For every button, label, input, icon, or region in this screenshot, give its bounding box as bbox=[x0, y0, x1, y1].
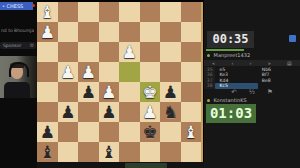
sponsor-button[interactable]: Sponsor ⚙ bbox=[0, 42, 36, 49]
black-bishop[interactable]: ♝ bbox=[37, 142, 58, 162]
black-bishop[interactable]: ♝ bbox=[99, 142, 120, 162]
white-pawn[interactable]: ♟ bbox=[78, 62, 99, 82]
white-bishop[interactable]: ♝ bbox=[181, 122, 202, 142]
stream-caption: nd to Bhoumja bbox=[1, 28, 37, 33]
square-d3[interactable]: ♟ bbox=[119, 42, 140, 62]
square-b5[interactable]: ♟ bbox=[160, 82, 181, 102]
square-d1[interactable] bbox=[119, 2, 140, 22]
gear-icon: ⚙ bbox=[30, 42, 34, 49]
square-b6[interactable]: ♞ bbox=[160, 102, 181, 122]
square-c7[interactable]: ♚ bbox=[140, 122, 161, 142]
square-c5[interactable]: ♚ bbox=[140, 82, 161, 102]
square-e5[interactable]: ♟ bbox=[99, 82, 120, 102]
square-a2[interactable] bbox=[181, 22, 202, 42]
square-a3[interactable] bbox=[181, 42, 202, 62]
player-clock: 01:03 bbox=[206, 104, 256, 123]
square-a6[interactable] bbox=[181, 102, 202, 122]
square-b3[interactable] bbox=[160, 42, 181, 62]
square-c1[interactable] bbox=[140, 2, 161, 22]
square-h7[interactable]: ♟ bbox=[37, 122, 58, 142]
online-dot-icon bbox=[207, 54, 210, 57]
square-g1[interactable] bbox=[58, 2, 79, 22]
square-e3[interactable] bbox=[99, 42, 120, 62]
white-king[interactable]: ♚ bbox=[140, 82, 161, 102]
square-c4[interactable] bbox=[140, 62, 161, 82]
square-e7[interactable] bbox=[99, 122, 120, 142]
stream-screenshot: • CHESS nd to Bhoumja Sponsor ⚙ ♝♟♟♟♟♟♟♚… bbox=[0, 0, 300, 168]
live-dot-icon bbox=[32, 4, 35, 7]
headphones bbox=[9, 62, 29, 77]
nav-last-icon[interactable]: » bbox=[268, 60, 271, 66]
square-f3[interactable] bbox=[78, 42, 99, 62]
square-g6[interactable]: ♟ bbox=[58, 102, 79, 122]
game-actions[interactable]: ↶ ½ ⚑ bbox=[204, 88, 300, 97]
black-pawn[interactable]: ♟ bbox=[37, 122, 58, 142]
square-e6[interactable]: ♟ bbox=[99, 102, 120, 122]
square-f1[interactable] bbox=[78, 2, 99, 22]
square-e4[interactable] bbox=[99, 62, 120, 82]
square-d4[interactable] bbox=[119, 62, 140, 82]
square-d8[interactable] bbox=[119, 142, 140, 162]
square-c3[interactable] bbox=[140, 42, 161, 62]
square-c2[interactable] bbox=[140, 22, 161, 42]
nav-next-icon[interactable]: › bbox=[250, 60, 252, 66]
square-e8[interactable]: ♝ bbox=[99, 142, 120, 162]
square-f6[interactable] bbox=[78, 102, 99, 122]
square-b1[interactable] bbox=[160, 2, 181, 22]
square-a1[interactable] bbox=[181, 2, 202, 22]
player-row[interactable]: KonstantinKS bbox=[207, 97, 247, 104]
opponent-clock: 00:35 bbox=[207, 31, 254, 48]
resign-button[interactable]: ⚑ bbox=[267, 88, 273, 97]
square-b8[interactable] bbox=[160, 142, 181, 162]
square-f7[interactable] bbox=[78, 122, 99, 142]
white-pawn[interactable]: ♟ bbox=[99, 82, 120, 102]
square-g5[interactable] bbox=[58, 82, 79, 102]
webcam bbox=[0, 56, 37, 98]
stream-sidebar: • CHESS nd to Bhoumja Sponsor ⚙ bbox=[0, 0, 37, 168]
move-list[interactable]: 35e5Nb636Ke3Bf737Kd4Be838Kc5 bbox=[204, 67, 300, 89]
square-c8[interactable] bbox=[140, 142, 161, 162]
opponent-name[interactable]: Manpreet1432 bbox=[214, 52, 251, 58]
black-pawn[interactable]: ♟ bbox=[78, 82, 99, 102]
black-pawn[interactable]: ♟ bbox=[160, 82, 181, 102]
white-pawn[interactable]: ♟ bbox=[37, 22, 58, 42]
square-g2[interactable] bbox=[58, 22, 79, 42]
square-h8[interactable]: ♝ bbox=[37, 142, 58, 162]
square-d2[interactable] bbox=[119, 22, 140, 42]
square-b2[interactable] bbox=[160, 22, 181, 42]
blue-badge-icon[interactable] bbox=[289, 35, 296, 42]
white-pawn[interactable]: ♟ bbox=[58, 62, 79, 82]
square-d5[interactable] bbox=[119, 82, 140, 102]
square-h1[interactable]: ♝ bbox=[37, 2, 58, 22]
game-panel: 00:35 Manpreet1432 «‹›»▤ 35e5Nb636Ke3Bf7… bbox=[204, 0, 300, 168]
square-b4[interactable] bbox=[160, 62, 181, 82]
black-king[interactable]: ♚ bbox=[140, 122, 161, 142]
square-h3[interactable] bbox=[37, 42, 58, 62]
white-bishop[interactable]: ♝ bbox=[37, 2, 58, 22]
nav-menu-icon[interactable]: ▤ bbox=[287, 60, 292, 66]
square-h2[interactable]: ♟ bbox=[37, 22, 58, 42]
board-bottom-strip bbox=[37, 162, 204, 168]
nav-prev-icon[interactable]: ‹ bbox=[231, 60, 233, 66]
clock-progress-bar bbox=[206, 49, 244, 51]
square-h4[interactable] bbox=[37, 62, 58, 82]
square-e1[interactable] bbox=[99, 2, 120, 22]
black-knight[interactable]: ♞ bbox=[160, 102, 181, 122]
black-pawn[interactable]: ♟ bbox=[58, 102, 79, 122]
square-h6[interactable] bbox=[37, 102, 58, 122]
square-a8[interactable] bbox=[181, 142, 202, 162]
draw-offer-button[interactable]: ½ bbox=[249, 88, 255, 97]
square-g7[interactable] bbox=[58, 122, 79, 142]
stream-banner: • CHESS bbox=[0, 2, 33, 10]
streamer-shoulders bbox=[4, 82, 30, 98]
square-f8[interactable] bbox=[78, 142, 99, 162]
sponsor-label: Sponsor bbox=[3, 43, 21, 48]
square-f2[interactable] bbox=[78, 22, 99, 42]
opponent-row[interactable]: Manpreet1432 bbox=[207, 52, 250, 59]
square-g4[interactable]: ♟ bbox=[58, 62, 79, 82]
square-g8[interactable] bbox=[58, 142, 79, 162]
takeback-button[interactable]: ↶ bbox=[231, 88, 236, 97]
square-a7[interactable]: ♝ bbox=[181, 122, 202, 142]
white-pawn[interactable]: ♟ bbox=[140, 102, 161, 122]
chess-board[interactable]: ♝♟♟♟♟♟♟♚♟♟♟♟♞♟♚♝♝♝ bbox=[37, 2, 203, 162]
square-c6[interactable]: ♟ bbox=[140, 102, 161, 122]
black-pawn[interactable]: ♟ bbox=[99, 102, 120, 122]
online-dot-icon bbox=[207, 99, 210, 102]
bottom-green-bar bbox=[125, 163, 167, 168]
square-h5[interactable] bbox=[37, 82, 58, 102]
square-f5[interactable]: ♟ bbox=[78, 82, 99, 102]
white-pawn[interactable]: ♟ bbox=[119, 42, 140, 62]
player-name[interactable]: KonstantinKS bbox=[214, 97, 247, 103]
square-f4[interactable]: ♟ bbox=[78, 62, 99, 82]
square-e2[interactable] bbox=[99, 22, 120, 42]
square-g3[interactable] bbox=[58, 42, 79, 62]
square-a4[interactable] bbox=[181, 62, 202, 82]
square-a5[interactable] bbox=[181, 82, 202, 102]
move-nav-bar[interactable]: «‹›»▤ bbox=[204, 60, 300, 66]
square-d7[interactable] bbox=[119, 122, 140, 142]
nav-first-icon[interactable]: « bbox=[212, 60, 215, 66]
square-b7[interactable] bbox=[160, 122, 181, 142]
square-d6[interactable] bbox=[119, 102, 140, 122]
